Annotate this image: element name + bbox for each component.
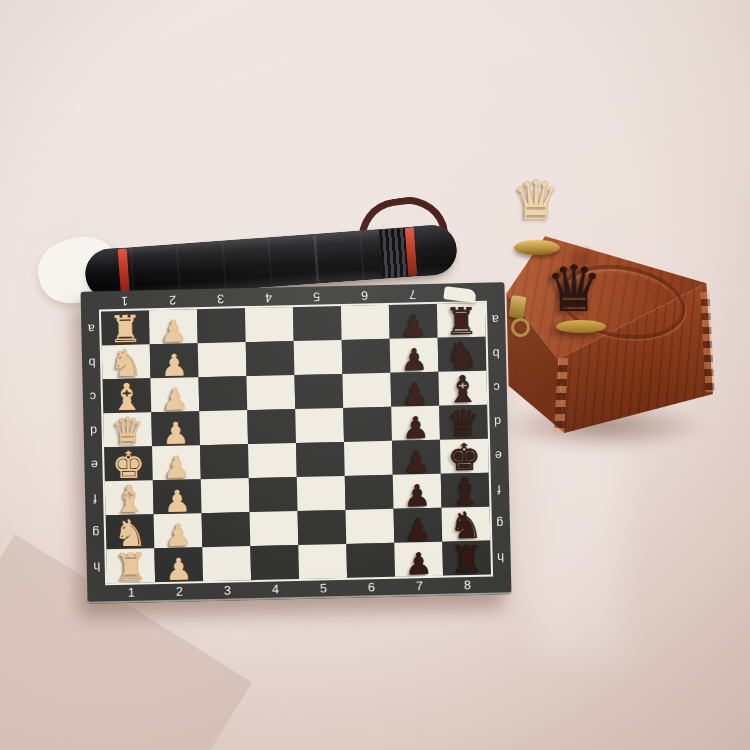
square-c4 (246, 375, 295, 410)
square-e1: ♚ (104, 446, 153, 481)
white-rook-a1: ♜ (108, 313, 142, 345)
black-pawn-d7: ♟ (402, 415, 429, 441)
square-e3 (200, 444, 249, 479)
white-pawn-f2: ♟ (164, 488, 191, 514)
board-label-left-e: e (84, 447, 105, 481)
board-label-left-c: c (83, 379, 104, 413)
white-pawn-h2: ♟ (165, 556, 192, 582)
board-label-right-a: a (485, 302, 506, 336)
board-label-right-c: c (486, 370, 507, 404)
board-label-right-d: d (487, 404, 508, 438)
board-label-bottom-5: 5 (299, 578, 347, 599)
square-g4 (250, 511, 299, 546)
black-queen-d8: ♛ (447, 408, 481, 440)
black-pawn-e7: ♟ (403, 449, 430, 475)
square-a3 (197, 308, 246, 343)
square-e2: ♟ (152, 445, 201, 480)
square-d3 (199, 410, 248, 445)
board-label-right-h: h (490, 540, 511, 574)
square-e6 (344, 441, 393, 476)
board-label-right-b: b (486, 336, 507, 370)
square-b8: ♞ (438, 337, 487, 372)
black-rook-a8: ♜ (444, 306, 478, 338)
square-f5 (297, 476, 346, 511)
square-f6 (345, 475, 394, 510)
board-label-top-4: 4 (244, 287, 292, 308)
square-c1: ♝ (103, 378, 152, 413)
square-f2: ♟ (153, 479, 202, 514)
square-b1: ♞ (102, 344, 151, 379)
white-bishop-f1: ♝ (112, 483, 146, 515)
square-d7: ♟ (391, 406, 440, 441)
black-rook-h8: ♜ (450, 544, 484, 576)
square-c6 (342, 373, 391, 408)
square-g7: ♟ (394, 508, 443, 543)
board-label-top-6: 6 (340, 285, 388, 306)
square-f8: ♝ (441, 473, 490, 508)
square-a6 (341, 305, 390, 340)
square-g8: ♞ (442, 507, 491, 542)
square-e7: ♟ (392, 440, 441, 475)
square-c3 (198, 376, 247, 411)
white-knight-b1: ♞ (109, 347, 143, 379)
square-e5 (296, 442, 345, 477)
square-d5 (295, 408, 344, 443)
square-h4 (250, 545, 299, 580)
square-g6 (346, 509, 395, 544)
board-label-bottom-1: 1 (107, 582, 155, 603)
black-pawn-h7: ♟ (405, 551, 432, 577)
chess-board: 12345678 12345678 abcdefgh abcdefgh ♜♟♟♜… (81, 282, 512, 604)
square-b2: ♟ (150, 343, 199, 378)
square-d4 (247, 409, 296, 444)
square-a2: ♟ (149, 309, 198, 344)
wooden-box (500, 230, 715, 435)
black-pawn-c7: ♟ (401, 381, 428, 407)
square-g3 (202, 512, 251, 547)
board-label-left-g: g (86, 515, 107, 549)
square-h5 (298, 544, 347, 579)
board-label-bottom-7: 7 (395, 576, 443, 597)
square-a5 (293, 306, 342, 341)
board-label-bottom-3: 3 (203, 580, 251, 601)
square-b4 (246, 341, 295, 376)
photo-canvas: ♛ ♛ 12345678 12345678 abcdefgh abcdefgh … (0, 0, 750, 750)
square-a4 (245, 307, 294, 342)
square-h3 (202, 546, 251, 581)
square-f1: ♝ (105, 480, 154, 515)
square-h7: ♟ (394, 542, 443, 577)
black-knight-b8: ♞ (445, 340, 479, 372)
board-label-top-2: 2 (148, 289, 196, 310)
square-f3 (201, 478, 250, 513)
board-label-top-5: 5 (292, 286, 340, 307)
square-h1: ♜ (106, 548, 155, 583)
board-label-right-e: e (488, 438, 509, 472)
black-pawn-f7: ♟ (403, 483, 430, 509)
black-pawn-a7: ♟ (400, 313, 427, 339)
square-b3 (198, 342, 247, 377)
square-e4 (248, 443, 297, 478)
square-e8: ♚ (440, 439, 489, 474)
square-h8: ♜ (442, 541, 491, 576)
white-pawn-c2: ♟ (161, 386, 188, 412)
white-pawn-g2: ♟ (164, 522, 191, 548)
tube-ribbed-collar (379, 228, 408, 278)
white-knight-g1: ♞ (113, 517, 147, 549)
tube-seam (313, 236, 319, 282)
square-f7: ♟ (393, 474, 442, 509)
square-c5 (294, 374, 343, 409)
board-label-left-a: a (81, 311, 102, 345)
black-bishop-c8: ♝ (446, 374, 480, 406)
black-pawn-b7: ♟ (400, 347, 427, 373)
square-b5 (294, 340, 343, 375)
black-bishop-f8: ♝ (448, 476, 482, 508)
white-pawn-b2: ♟ (160, 352, 187, 378)
spare-light-queen: ♛ (512, 172, 560, 230)
board-label-bottom-8: 8 (443, 575, 491, 596)
white-pawn-e2: ♟ (163, 454, 190, 480)
white-king-e1: ♚ (112, 449, 146, 481)
square-a7: ♟ (389, 304, 438, 339)
black-king-e8: ♚ (447, 442, 481, 474)
square-h6 (346, 543, 395, 578)
black-knight-g8: ♞ (449, 510, 483, 542)
square-f4 (249, 477, 298, 512)
board-label-top-7: 7 (388, 284, 436, 305)
white-bishop-c1: ♝ (110, 381, 144, 413)
board-label-top-3: 3 (196, 288, 244, 309)
square-a1: ♜ (101, 310, 150, 345)
white-rook-h1: ♜ (114, 551, 148, 583)
white-pawn-d2: ♟ (162, 420, 189, 446)
square-h2: ♟ (154, 547, 203, 582)
board-label-right-f: f (489, 472, 510, 506)
square-g2: ♟ (154, 513, 203, 548)
board-label-left-f: f (85, 481, 106, 515)
square-d2: ♟ (151, 411, 200, 446)
board-label-right-g: g (489, 506, 510, 540)
square-c7: ♟ (390, 372, 439, 407)
board-label-left-b: b (82, 345, 103, 379)
square-g1: ♞ (106, 514, 155, 549)
black-pawn-g7: ♟ (404, 517, 431, 543)
square-c2: ♟ (150, 377, 199, 412)
board-label-bottom-6: 6 (347, 577, 395, 598)
square-b6 (342, 339, 391, 374)
board-label-bottom-2: 2 (155, 581, 203, 602)
board-label-left-h: h (86, 549, 107, 583)
spare-dark-queen: ♛ (545, 255, 602, 323)
board-label-top-1: 1 (101, 290, 149, 311)
white-queen-d1: ♛ (111, 415, 145, 447)
fabric-highlight-right (535, 430, 625, 660)
board-grid: ♜♟♟♜♞♟♟♞♝♟♟♝♛♟♟♛♚♟♟♚♝♟♟♝♞♟♟♞♜♟♟♜ (101, 303, 491, 584)
white-pawn-a2: ♟ (160, 318, 187, 344)
square-c8: ♝ (438, 371, 487, 406)
square-d1: ♛ (103, 412, 152, 447)
board-label-bottom-4: 4 (251, 579, 299, 600)
board-label-left-d: d (83, 413, 104, 447)
square-d8: ♛ (439, 405, 488, 440)
square-b7: ♟ (390, 338, 439, 373)
square-g5 (298, 510, 347, 545)
square-a8: ♜ (437, 303, 486, 338)
square-d6 (343, 407, 392, 442)
